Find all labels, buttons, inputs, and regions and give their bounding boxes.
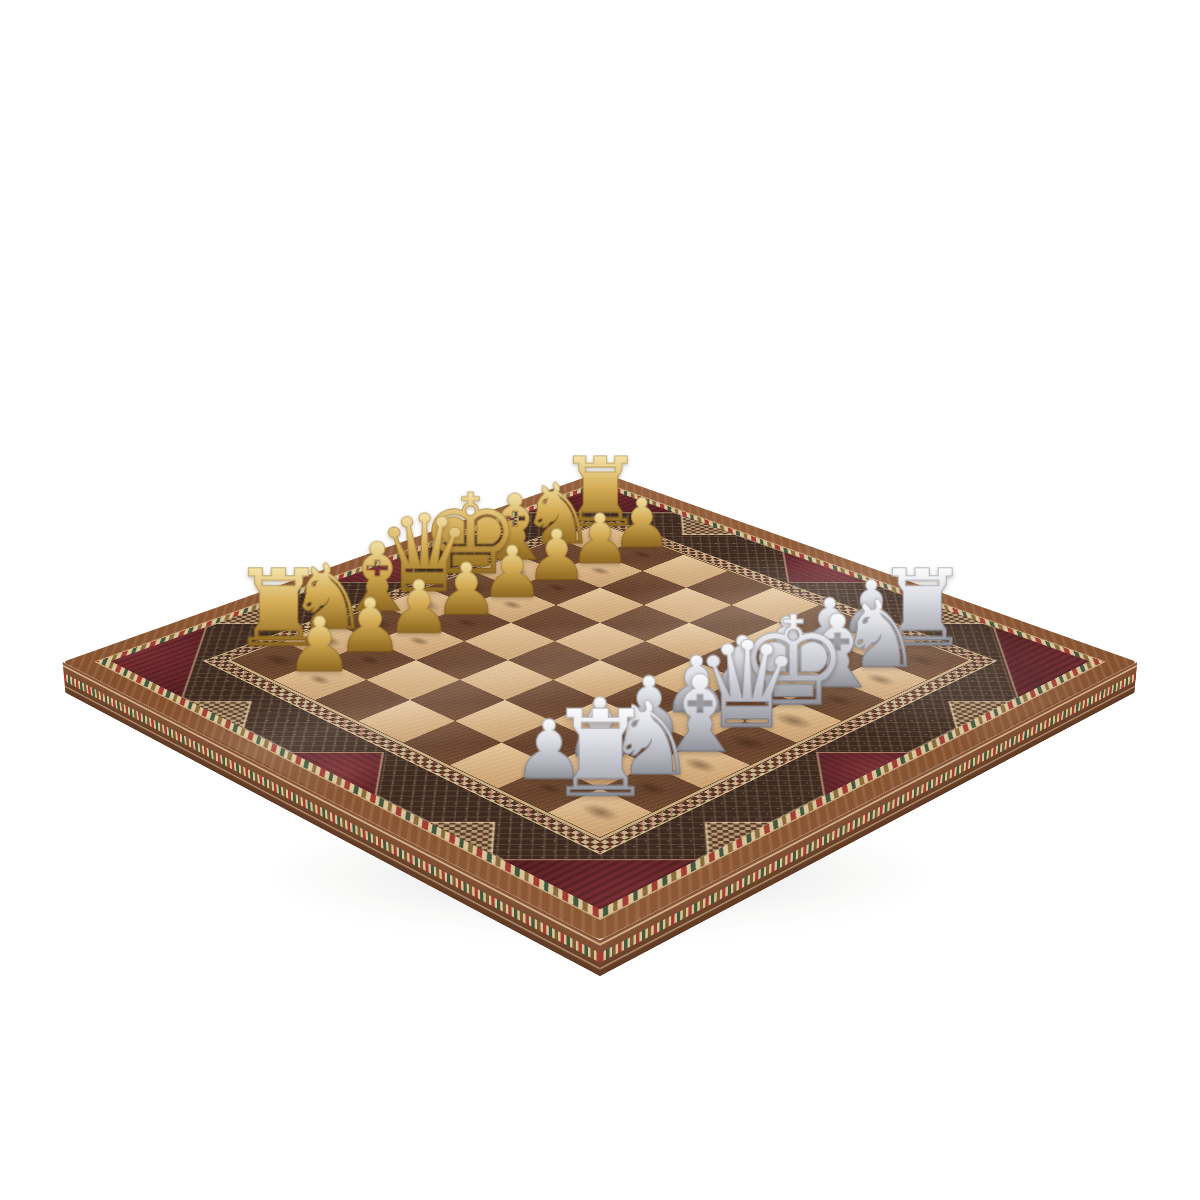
piece-black-silver-rook-a8: ♜ — [521, 695, 679, 815]
perspective-wrapper: ♜♟♞♟♝♟♚♟♛♟♝♟♟♞♜♟♟♜♞♟♟♝♟♚♟♛♟♝♟♞♟♜ — [0, 0, 1200, 1200]
product-photo-scene: ♜♟♞♟♝♟♚♟♛♟♝♟♟♞♜♟♟♜♞♟♟♝♟♚♟♛♟♝♟♞♟♜ — [0, 0, 1200, 1200]
chess-board: ♜♟♞♟♝♟♚♟♛♟♝♟♟♞♜♟♟♜♞♟♟♝♟♚♟♛♟♝♟♞♟♜ — [63, 472, 1138, 940]
piece-white-gold-pawn-a2: ♟ — [249, 606, 391, 681]
